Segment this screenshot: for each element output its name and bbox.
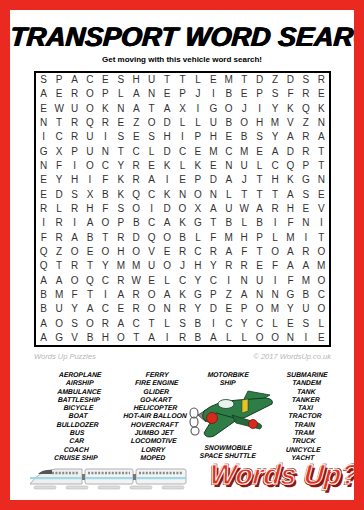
grid-cell-r5c17: A bbox=[283, 130, 298, 144]
grid-cell-r11c10: K bbox=[175, 216, 190, 230]
grid-cell-r3c12: G bbox=[206, 102, 221, 116]
grid-cell-r8c10: E bbox=[175, 173, 190, 187]
grid-cell-r17c3: Y bbox=[67, 302, 82, 316]
grid-cell-r6c4: U bbox=[82, 145, 97, 159]
grid-cell-r2c3: R bbox=[67, 87, 82, 101]
grid-cell-r11c19: I bbox=[314, 216, 329, 230]
grid-cell-r11c15: B bbox=[252, 216, 267, 230]
grid-cell-r1c11: L bbox=[190, 73, 205, 87]
grid-cell-r16c4: T bbox=[82, 288, 97, 302]
grid-cell-r16c9: A bbox=[159, 288, 174, 302]
grid-cell-r6c17: D bbox=[283, 145, 298, 159]
grid-cell-r15c15: U bbox=[252, 273, 267, 287]
grid-cell-r10c10: O bbox=[175, 202, 190, 216]
grid-cell-r11c13: B bbox=[221, 216, 236, 230]
grid-cell-r19c6: O bbox=[113, 331, 128, 345]
grid-cell-r3c4: O bbox=[82, 102, 97, 116]
grid-cell-r3c7: A bbox=[129, 102, 144, 116]
grid-cell-r4c12: U bbox=[206, 116, 221, 130]
grid-cell-r11c8: C bbox=[144, 216, 159, 230]
grid-cell-r1c5: E bbox=[98, 73, 113, 87]
grid-cell-r14c1: Q bbox=[36, 259, 51, 273]
grid-cell-r6c13: C bbox=[221, 145, 236, 159]
grid-cell-r8c7: R bbox=[129, 173, 144, 187]
grid-cell-r1c12: E bbox=[206, 73, 221, 87]
grid-cell-r18c19: L bbox=[314, 316, 329, 330]
grid-cell-r5c5: I bbox=[98, 130, 113, 144]
grid-cell-r17c6: E bbox=[113, 302, 128, 316]
grid-cell-r10c15: A bbox=[252, 202, 267, 216]
grid-cell-r3c10: X bbox=[175, 102, 190, 116]
grid-cell-r13c2: Z bbox=[51, 245, 66, 259]
grid-cell-r9c9: K bbox=[159, 188, 174, 202]
grid-cell-r10c11: X bbox=[190, 202, 205, 216]
grid-cell-r13c19: O bbox=[314, 245, 329, 259]
grid-cell-r12c10: B bbox=[175, 230, 190, 244]
grid-cell-r15c5: C bbox=[98, 273, 113, 287]
grid-cell-r5c9: H bbox=[159, 130, 174, 144]
grid-cell-r15c6: R bbox=[113, 273, 128, 287]
grid-cell-r1c17: D bbox=[283, 73, 298, 87]
grid-cell-r19c3: V bbox=[67, 331, 82, 345]
grid-cell-r5c15: S bbox=[252, 130, 267, 144]
grid-cell-r12c1: F bbox=[36, 230, 51, 244]
grid-cell-r10c4: H bbox=[82, 202, 97, 216]
grid-cell-r7c15: L bbox=[252, 159, 267, 173]
grid-cell-r9c13: L bbox=[221, 188, 236, 202]
grid-cell-r14c15: E bbox=[252, 259, 267, 273]
grid-cell-r18c6: A bbox=[113, 316, 128, 330]
grid-cell-r7c6: Y bbox=[113, 159, 128, 173]
grid-cell-r7c10: L bbox=[175, 159, 190, 173]
grid-cell-r9c4: X bbox=[82, 188, 97, 202]
grid-cell-r9c18: S bbox=[298, 188, 313, 202]
grid-cell-r10c8: I bbox=[144, 202, 159, 216]
grid-cell-r18c7: C bbox=[129, 316, 144, 330]
grid-cell-r7c8: E bbox=[144, 159, 159, 173]
grid-cell-r7c17: Q bbox=[283, 159, 298, 173]
grid-cell-r17c4: A bbox=[82, 302, 97, 316]
grid-cell-r6c7: C bbox=[129, 145, 144, 159]
grid-cell-r13c6: H bbox=[113, 245, 128, 259]
grid-cell-r1c15: D bbox=[252, 73, 267, 87]
grid-cell-r16c5: I bbox=[98, 288, 113, 302]
grid-cell-r16c7: R bbox=[129, 288, 144, 302]
grid-cell-r14c14: R bbox=[236, 259, 251, 273]
grid-cell-r9c8: C bbox=[144, 188, 159, 202]
grid-cell-r12c9: O bbox=[159, 230, 174, 244]
grid-cell-r17c19: O bbox=[314, 302, 329, 316]
grid-cell-r18c5: R bbox=[98, 316, 113, 330]
grid-cell-r7c5: C bbox=[98, 159, 113, 173]
grid-cell-r16c16: N bbox=[267, 288, 282, 302]
grid-cell-r17c16: M bbox=[267, 302, 282, 316]
grid-cell-r18c11: B bbox=[190, 316, 205, 330]
grid-cell-r13c13: A bbox=[221, 245, 236, 259]
grid-cell-r13c9: E bbox=[159, 245, 174, 259]
grid-cell-r11c16: I bbox=[267, 216, 282, 230]
grid-cell-r7c4: O bbox=[82, 159, 97, 173]
grid-cell-r18c10: S bbox=[175, 316, 190, 330]
grid-cell-r8c12: D bbox=[206, 173, 221, 187]
grid-cell-r11c9: A bbox=[159, 216, 174, 230]
grid-cell-r16c1: B bbox=[36, 288, 51, 302]
grid-cell-r18c3: S bbox=[67, 316, 82, 330]
grid-cell-r2c13: B bbox=[221, 87, 236, 101]
grid-cell-r8c1: E bbox=[36, 173, 51, 187]
grid-cell-r5c1: I bbox=[36, 130, 51, 144]
grid-cell-r6c2: X bbox=[51, 145, 66, 159]
grid-cell-r14c8: U bbox=[144, 259, 159, 273]
grid-cell-r19c15: O bbox=[252, 331, 267, 345]
grid-cell-r4c5: R bbox=[98, 116, 113, 130]
grid-cell-r14c6: M bbox=[113, 259, 128, 273]
grid-cell-r12c17: M bbox=[283, 230, 298, 244]
grid-cell-r6c14: M bbox=[236, 145, 251, 159]
grid-cell-r6c6: T bbox=[113, 145, 128, 159]
credit-right: © 2017 WordsUp.co.uk bbox=[253, 352, 331, 361]
grid-cell-r1c16: Z bbox=[267, 73, 282, 87]
grid-cell-r8c17: K bbox=[283, 173, 298, 187]
grid-cell-r12c19: T bbox=[314, 230, 329, 244]
grid-cell-r10c19: V bbox=[314, 202, 329, 216]
grid-cell-r15c12: C bbox=[206, 273, 221, 287]
grid-cell-r1c1: S bbox=[36, 73, 51, 87]
grid-cell-r17c5: C bbox=[98, 302, 113, 316]
grid-cell-r11c5: O bbox=[98, 216, 113, 230]
grid-cell-r9c16: T bbox=[267, 188, 282, 202]
grid-cell-r4c15: H bbox=[252, 116, 267, 130]
grid-cell-r4c18: Z bbox=[298, 116, 313, 130]
grid-cell-r15c2: A bbox=[51, 273, 66, 287]
grid-cell-r16c12: P bbox=[206, 288, 221, 302]
grid-cell-r4c3: R bbox=[67, 116, 82, 130]
grid-cell-r7c14: U bbox=[236, 159, 251, 173]
grid-cell-r10c5: F bbox=[98, 202, 113, 216]
grid-cell-r17c13: E bbox=[221, 302, 236, 316]
grid-cell-r17c14: P bbox=[236, 302, 251, 316]
grid-cell-r15c14: N bbox=[236, 273, 251, 287]
grid-cell-r19c5: H bbox=[98, 331, 113, 345]
grid-cell-r9c15: T bbox=[252, 188, 267, 202]
grid-cell-r13c4: E bbox=[82, 245, 97, 259]
grid-cell-r6c15: E bbox=[252, 145, 267, 159]
grid-cell-r18c9: L bbox=[159, 316, 174, 330]
grid-cell-r10c12: A bbox=[206, 202, 221, 216]
grid-cell-r8c14: J bbox=[236, 173, 251, 187]
grid-cell-r11c7: B bbox=[129, 216, 144, 230]
grid-cell-r11c6: P bbox=[113, 216, 128, 230]
grid-cell-r9c11: O bbox=[190, 188, 205, 202]
word-item: SUBMARINE bbox=[259, 371, 355, 379]
grid-cell-r4c10: L bbox=[175, 116, 190, 130]
grid-cell-r18c18: S bbox=[298, 316, 313, 330]
grid-cell-r5c19: A bbox=[314, 130, 329, 144]
grid-cell-r1c19: R bbox=[314, 73, 329, 87]
grid-cell-r18c17: E bbox=[283, 316, 298, 330]
grid-cell-r19c17: N bbox=[283, 331, 298, 345]
grid-cell-r2c14: E bbox=[236, 87, 251, 101]
grid-cell-r10c7: O bbox=[129, 202, 144, 216]
grid-cell-r12c5: T bbox=[98, 230, 113, 244]
grid-cell-r9c6: K bbox=[113, 188, 128, 202]
grid-cell-r19c9: I bbox=[159, 331, 174, 345]
grid-cell-r14c9: O bbox=[159, 259, 174, 273]
grid-cell-r13c5: O bbox=[98, 245, 113, 259]
grid-cell-r8c16: H bbox=[267, 173, 282, 187]
grid-cell-r13c15: T bbox=[252, 245, 267, 259]
grid-cell-r1c3: A bbox=[67, 73, 82, 87]
grid-cell-r12c15: P bbox=[252, 230, 267, 244]
grid-cell-r16c18: B bbox=[298, 288, 313, 302]
grid-cell-r14c12: Y bbox=[206, 259, 221, 273]
grid-cell-r6c19: T bbox=[314, 145, 329, 159]
grid-cell-r10c1: R bbox=[36, 202, 51, 216]
grid-cell-r17c17: Y bbox=[283, 302, 298, 316]
grid-cell-r7c18: P bbox=[298, 159, 313, 173]
grid-cell-r13c17: A bbox=[283, 245, 298, 259]
grid-cell-r7c13: N bbox=[221, 159, 236, 173]
grid-cell-r4c13: B bbox=[221, 116, 236, 130]
grid-cell-r4c7: Z bbox=[129, 116, 144, 130]
grid-cell-r8c9: I bbox=[159, 173, 174, 187]
grid-cell-r19c16: O bbox=[267, 331, 282, 345]
grid-cell-r13c14: F bbox=[236, 245, 251, 259]
grid-cell-r5c18: R bbox=[298, 130, 313, 144]
grid-cell-r9c10: N bbox=[175, 188, 190, 202]
grid-cell-r18c15: C bbox=[252, 316, 267, 330]
grid-cell-r2c5: P bbox=[98, 87, 113, 101]
grid-cell-r8c2: Y bbox=[51, 173, 66, 187]
grid-cell-r12c2: R bbox=[51, 230, 66, 244]
grid-cell-r4c16: M bbox=[267, 116, 282, 130]
grid-cell-r19c11: B bbox=[190, 331, 205, 345]
train-illustration bbox=[26, 462, 192, 496]
grid-cell-r7c12: E bbox=[206, 159, 221, 173]
grid-cell-r15c16: I bbox=[267, 273, 282, 287]
grid-cell-r8c19: N bbox=[314, 173, 329, 187]
grid-cell-r17c7: R bbox=[129, 302, 144, 316]
grid-cell-r1c6: S bbox=[113, 73, 128, 87]
grid-cell-r15c18: M bbox=[298, 273, 313, 287]
grid-cell-r4c2: T bbox=[51, 116, 66, 130]
grid-cell-r16c14: A bbox=[236, 288, 251, 302]
grid-cell-r12c7: D bbox=[129, 230, 144, 244]
grid-cell-r5c3: R bbox=[67, 130, 82, 144]
grid-cell-r17c1: B bbox=[36, 302, 51, 316]
grid-cell-r7c3: I bbox=[67, 159, 82, 173]
grid-cell-r3c14: J bbox=[236, 102, 251, 116]
grid-cell-r18c4: O bbox=[82, 316, 97, 330]
grid-cell-r15c11: Y bbox=[190, 273, 205, 287]
grid-cell-r6c8: L bbox=[144, 145, 159, 159]
grid-cell-r2c4: O bbox=[82, 87, 97, 101]
grid-cell-r19c19: E bbox=[314, 331, 329, 345]
grid-cell-r8c4: I bbox=[82, 173, 97, 187]
grid-cell-r3c5: K bbox=[98, 102, 113, 116]
grid-cell-r3c8: T bbox=[144, 102, 159, 116]
grid-cell-r4c8: O bbox=[144, 116, 159, 130]
word-item: UNICYCLE bbox=[255, 446, 351, 454]
grid-cell-r5c10: I bbox=[175, 130, 190, 144]
grid-cell-r12c14: H bbox=[236, 230, 251, 244]
grid-cell-r10c17: H bbox=[283, 202, 298, 216]
grid-cell-r1c7: H bbox=[129, 73, 144, 87]
fighter-plane-illustration bbox=[186, 389, 278, 443]
grid-cell-r12c3: A bbox=[67, 230, 82, 244]
grid-cell-r2c6: L bbox=[113, 87, 128, 101]
grid-cell-r10c16: R bbox=[267, 202, 282, 216]
grid-cell-r16c8: O bbox=[144, 288, 159, 302]
grid-cell-r14c7: M bbox=[129, 259, 144, 273]
grid-cell-r10c2: L bbox=[51, 202, 66, 216]
grid-cell-r7c9: K bbox=[159, 159, 174, 173]
grid-cell-r13c12: R bbox=[206, 245, 221, 259]
grid-cell-r7c7: R bbox=[129, 159, 144, 173]
words-up-logo: Words Up? bbox=[207, 459, 361, 491]
grid-cell-r8c11: P bbox=[190, 173, 205, 187]
grid-cell-r13c8: V bbox=[144, 245, 159, 259]
grid-cell-r12c11: L bbox=[190, 230, 205, 244]
grid-cell-r12c12: F bbox=[206, 230, 221, 244]
grid-cell-r17c10: R bbox=[175, 302, 190, 316]
grid-cell-r18c12: I bbox=[206, 316, 221, 330]
grid-cell-r2c12: I bbox=[206, 87, 221, 101]
grid-cell-r4c14: O bbox=[236, 116, 251, 130]
grid-cell-r19c8: A bbox=[144, 331, 159, 345]
grid-cell-r3c6: N bbox=[113, 102, 128, 116]
grid-cell-r8c15: T bbox=[252, 173, 267, 187]
grid-cell-r7c1: N bbox=[36, 159, 51, 173]
grid-cell-r13c7: O bbox=[129, 245, 144, 259]
grid-cell-r15c3: O bbox=[67, 273, 82, 287]
grid-cell-r5c4: U bbox=[82, 130, 97, 144]
puzzle-page: TRANSPORT WORD SEARCH Get moving with th… bbox=[0, 0, 364, 510]
grid-cell-r3c15: I bbox=[252, 102, 267, 116]
grid-cell-r4c11: L bbox=[190, 116, 205, 130]
grid-cell-r8c6: K bbox=[113, 173, 128, 187]
word-search-grid: SPACESHUTTLEMTDZDSRAEROPLANEPJIBEPSFREEW… bbox=[34, 71, 331, 347]
grid-cell-r19c10: R bbox=[175, 331, 190, 345]
grid-cell-r4c1: N bbox=[36, 116, 51, 130]
grid-cell-r5c2: C bbox=[51, 130, 66, 144]
grid-cell-r4c19: N bbox=[314, 116, 329, 130]
grid-cell-r10c18: E bbox=[298, 202, 313, 216]
grid-cell-r11c12: T bbox=[206, 216, 221, 230]
grid-cell-r19c1: A bbox=[36, 331, 51, 345]
grid-cell-r17c12: D bbox=[206, 302, 221, 316]
grid-cell-r5c6: S bbox=[113, 130, 128, 144]
grid-cell-r6c11: E bbox=[190, 145, 205, 159]
grid-cell-r3c3: U bbox=[67, 102, 82, 116]
grid-cell-r2c1: A bbox=[36, 87, 51, 101]
grid-cell-r6c10: C bbox=[175, 145, 190, 159]
grid-cell-r16c11: G bbox=[190, 288, 205, 302]
grid-cell-r18c8: T bbox=[144, 316, 159, 330]
grid-cell-r12c4: B bbox=[82, 230, 97, 244]
grid-cell-r13c16: O bbox=[267, 245, 282, 259]
grid-cell-r14c13: R bbox=[221, 259, 236, 273]
grid-cell-r18c2: O bbox=[51, 316, 66, 330]
grid-cell-r9c17: A bbox=[283, 188, 298, 202]
grid-cell-r5c11: P bbox=[190, 130, 205, 144]
grid-cell-r17c18: U bbox=[298, 302, 313, 316]
grid-cell-r3c9: A bbox=[159, 102, 174, 116]
grid-cell-r17c8: O bbox=[144, 302, 159, 316]
grid-cell-r14c4: T bbox=[82, 259, 97, 273]
grid-cell-r18c16: L bbox=[267, 316, 282, 330]
grid-cell-r4c17: V bbox=[283, 116, 298, 130]
grid-cell-r15c17: F bbox=[283, 273, 298, 287]
grid-cell-r7c16: C bbox=[267, 159, 282, 173]
grid-cell-r6c9: D bbox=[159, 145, 174, 159]
grid-cell-r3c18: Q bbox=[298, 102, 313, 116]
grid-cell-r19c7: T bbox=[129, 331, 144, 345]
grid-cell-r19c13: L bbox=[221, 331, 236, 345]
grid-cell-r2c16: S bbox=[267, 87, 282, 101]
grid-cell-r2c15: P bbox=[252, 87, 267, 101]
grid-cell-r14c3: R bbox=[67, 259, 82, 273]
grid-cell-r14c10: J bbox=[175, 259, 190, 273]
grid-cell-r1c14: T bbox=[236, 73, 251, 87]
grid-cell-r11c18: N bbox=[298, 216, 313, 230]
grid-cell-r3c2: W bbox=[51, 102, 66, 116]
grid-cell-r10c6: S bbox=[113, 202, 128, 216]
grid-cell-r10c14: W bbox=[236, 202, 251, 216]
grid-cell-r11c11: G bbox=[190, 216, 205, 230]
grid-cell-r11c3: I bbox=[67, 216, 82, 230]
grid-cell-r13c1: Q bbox=[36, 245, 51, 259]
grid-cell-r4c6: E bbox=[113, 116, 128, 130]
grid-cell-r7c19: T bbox=[314, 159, 329, 173]
grid-cell-r9c7: Q bbox=[129, 188, 144, 202]
grid-cell-r7c2: F bbox=[51, 159, 66, 173]
grid-cell-r6c1: G bbox=[36, 145, 51, 159]
grid-cell-r13c10: R bbox=[175, 245, 190, 259]
grid-cell-r14c18: A bbox=[298, 259, 313, 273]
grid-cell-r5c7: E bbox=[129, 130, 144, 144]
grid-cell-r4c4: Q bbox=[82, 116, 97, 130]
puzzle-subtitle: Get moving with this vehicle word search… bbox=[10, 55, 354, 64]
grid-cell-r8c18: G bbox=[298, 173, 313, 187]
grid-cell-r15c13: I bbox=[221, 273, 236, 287]
grid-cell-r2c19: E bbox=[314, 87, 329, 101]
grid-cell-r6c18: R bbox=[298, 145, 313, 159]
grid-cell-r1c2: P bbox=[51, 73, 66, 87]
grid-cell-r17c15: O bbox=[252, 302, 267, 316]
grid-cell-r2c2: E bbox=[51, 87, 66, 101]
grid-cell-r11c14: L bbox=[236, 216, 251, 230]
grid-cell-r2c18: R bbox=[298, 87, 313, 101]
grid-cell-r15c19: O bbox=[314, 273, 329, 287]
grid-cell-r15c8: E bbox=[144, 273, 159, 287]
grid-cell-r8c3: H bbox=[67, 173, 82, 187]
grid-cell-r6c16: A bbox=[267, 145, 282, 159]
grid-cell-r11c4: A bbox=[82, 216, 97, 230]
grid-cell-r14c19: M bbox=[314, 259, 329, 273]
grid-cell-r3c19: K bbox=[314, 102, 329, 116]
grid-cell-r12c18: I bbox=[298, 230, 313, 244]
word-item: TANDEM bbox=[259, 379, 355, 387]
grid-cell-r11c2: R bbox=[51, 216, 66, 230]
grid-cell-r5c16: Y bbox=[267, 130, 282, 144]
grid-cell-r14c17: A bbox=[283, 259, 298, 273]
grid-cell-r5c13: E bbox=[221, 130, 236, 144]
grid-cell-r13c11: C bbox=[190, 245, 205, 259]
grid-cell-r19c2: G bbox=[51, 331, 66, 345]
grid-cell-r3c13: O bbox=[221, 102, 236, 116]
grid-cell-r18c13: C bbox=[221, 316, 236, 330]
